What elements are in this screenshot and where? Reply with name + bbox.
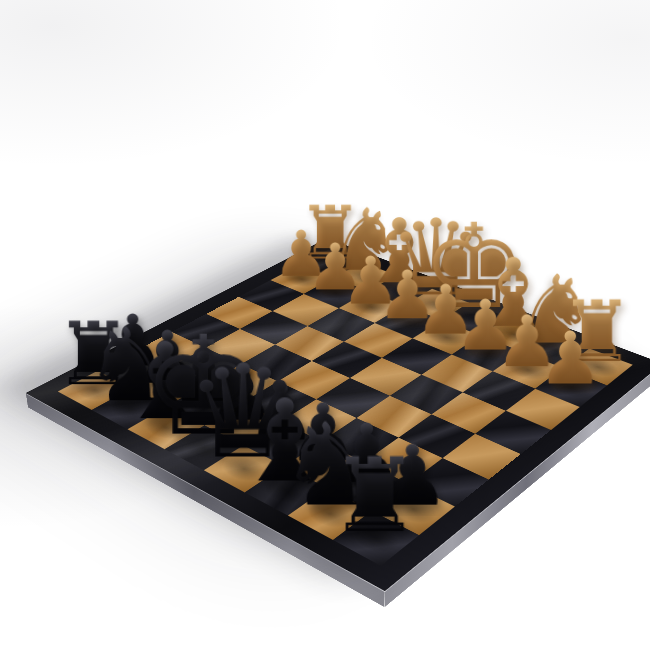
piece-tan-pawn: ♟ [335, 292, 337, 294]
photo-stage: ♜♞♝♛♚♝♞♜♟♟♟♟♟♟♟♟♟♟♟♟♟♟♟♟♜♞♝♚♛♝♞♜ [0, 0, 650, 650]
piece-tan-pawn: ♟ [370, 306, 372, 308]
piece-tan-pawn: ♟ [570, 386, 572, 388]
piece-tan-pawn: ♟ [301, 278, 303, 280]
piece-black-rook: ♜ [375, 536, 377, 538]
piece-tan-pawn: ♟ [407, 321, 409, 323]
square-r7c7: ♜ [333, 511, 419, 566]
chess-board: ♜♞♝♛♚♝♞♜♟♟♟♟♟♟♟♟♟♟♟♟♟♟♟♟♜♞♝♚♛♝♞♜ [26, 238, 650, 591]
board-grid: ♜♞♝♛♚♝♞♜♟♟♟♟♟♟♟♟♟♟♟♟♟♟♟♟♜♞♝♚♛♝♞♜ [58, 250, 633, 566]
piece-glyph: ♟ [537, 321, 602, 394]
piece-tan-pawn: ♟ [485, 352, 487, 354]
perspective-scene: ♜♞♝♛♚♝♞♜♟♟♟♟♟♟♟♟♟♟♟♟♟♟♟♟♜♞♝♚♛♝♞♜ [0, 0, 650, 650]
piece-tan-pawn: ♟ [527, 369, 529, 371]
square-r1c7: ♟ [535, 368, 607, 407]
piece-glyph: ♜ [329, 443, 421, 546]
piece-tan-pawn: ♟ [445, 336, 447, 338]
